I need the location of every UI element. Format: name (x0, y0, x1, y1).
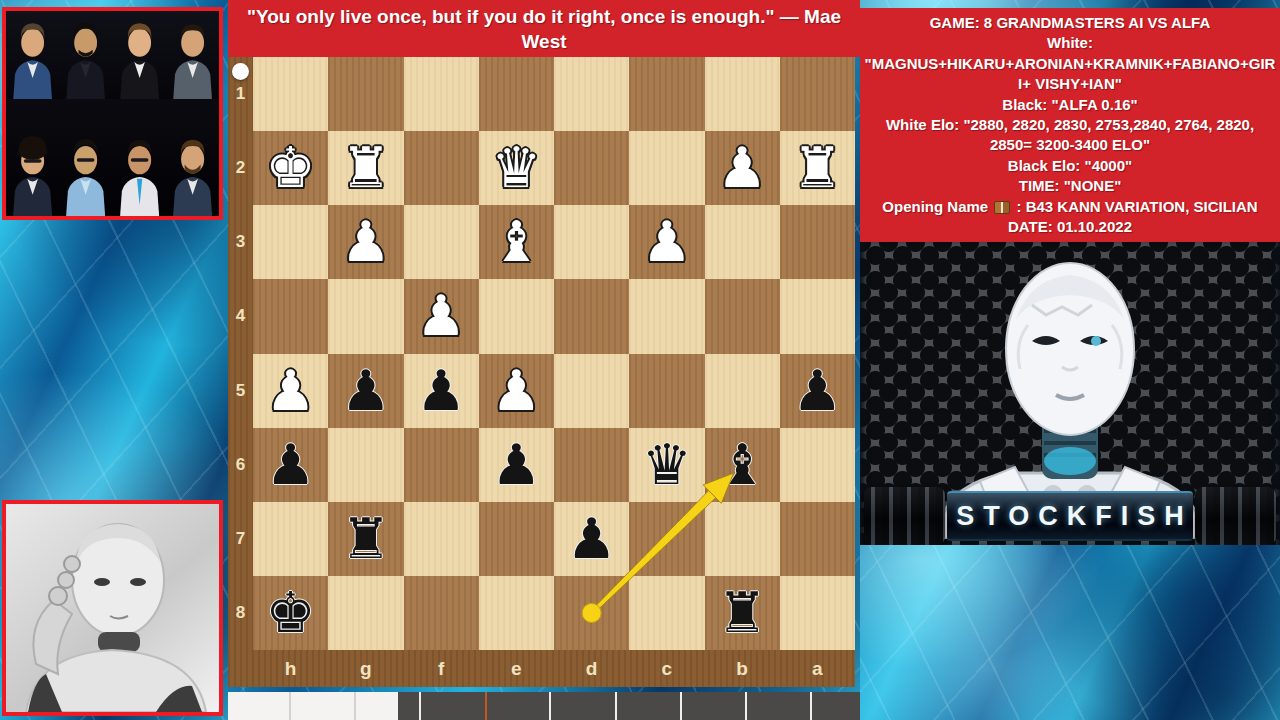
square-a8[interactable] (780, 576, 855, 650)
square-d6[interactable] (554, 428, 629, 502)
square-b1[interactable] (705, 57, 780, 131)
square-d4[interactable] (554, 279, 629, 353)
square-f3[interactable] (404, 205, 479, 279)
stockfish-robot: STOCKFISH (860, 242, 1280, 545)
square-e1[interactable] (479, 57, 554, 131)
grandmasters-row-bottom (6, 99, 219, 216)
book-icon (994, 201, 1010, 214)
white-pawn-e5: ♟ (491, 354, 541, 428)
square-c2[interactable] (629, 131, 704, 205)
square-g4[interactable] (328, 279, 403, 353)
square-c4[interactable] (629, 279, 704, 353)
square-g2[interactable]: ♜ (328, 131, 403, 205)
grandmasters-row-top (6, 11, 219, 99)
square-f6[interactable] (404, 428, 479, 502)
info-line: White Elo: "2880, 2820, 2830, 2753,2840,… (860, 115, 1280, 135)
square-g7[interactable]: ♜ (328, 502, 403, 576)
rank-label-5: 5 (228, 354, 253, 428)
square-b3[interactable] (705, 205, 780, 279)
file-label-e: e (479, 650, 554, 687)
square-f4[interactable]: ♟ (404, 279, 479, 353)
info-line: Opening Name : B43 KANN VARIATION, SICIL… (860, 197, 1280, 217)
file-label-d: d (554, 650, 629, 687)
video-frame: "You only live once, but if you do it ri… (0, 0, 1280, 720)
info-line: Black: "ALFA 0.16" (860, 95, 1280, 115)
right-bottom-background (860, 545, 1280, 720)
file-label-f: f (404, 650, 479, 687)
info-line: White: (860, 33, 1280, 53)
square-g3[interactable]: ♟ (328, 205, 403, 279)
thinking-robot-drawing (6, 504, 219, 712)
right-column: GAME: 8 GRANDMASTERS AI VS ALFAWhite:"MA… (860, 0, 1280, 720)
square-a2[interactable]: ♜ (780, 131, 855, 205)
square-h7[interactable] (253, 502, 328, 576)
black-rook-b8: ♜ (717, 576, 767, 650)
square-h1[interactable] (253, 57, 328, 131)
progress-bar-light-section[interactable] (228, 692, 398, 720)
info-line: GAME: 8 GRANDMASTERS AI VS ALFA (860, 13, 1280, 33)
square-h6[interactable]: ♟ (253, 428, 328, 502)
square-f7[interactable] (404, 502, 479, 576)
quote-line: "You only live once, but if you do it ri… (228, 4, 860, 29)
quote-line: West (228, 29, 860, 54)
gm-photo-aronian (6, 11, 59, 99)
square-g5[interactable]: ♟ (328, 354, 403, 428)
progress-bar[interactable] (228, 692, 860, 720)
file-label-g: g (328, 650, 403, 687)
gm-photo-fabiano (6, 99, 59, 216)
gm-photo-kramnik (166, 11, 219, 99)
square-d1[interactable] (554, 57, 629, 131)
rank-label-8: 8 (228, 576, 253, 650)
square-c8[interactable] (629, 576, 704, 650)
square-h2[interactable]: ♚ (253, 131, 328, 205)
square-b5[interactable] (705, 354, 780, 428)
black-pawn-a5: ♟ (792, 354, 842, 428)
info-line: TIME: "NONE" (860, 176, 1280, 196)
square-a3[interactable] (780, 205, 855, 279)
square-e4[interactable] (479, 279, 554, 353)
rank-labels: 12345678 (228, 57, 253, 650)
black-pawn-d7: ♟ (567, 502, 617, 576)
square-e3[interactable]: ♝ (479, 205, 554, 279)
square-g1[interactable] (328, 57, 403, 131)
right-top-gap (860, 0, 1280, 8)
square-e5[interactable]: ♟ (479, 354, 554, 428)
left-background (0, 0, 228, 720)
black-pawn-h6: ♟ (266, 428, 316, 502)
gm-photo-vishy (113, 99, 166, 216)
square-e7[interactable] (479, 502, 554, 576)
info-line: I+ VISHY+IAN" (860, 74, 1280, 94)
gm-photo-magnus (113, 11, 166, 99)
info-line: Black Elo: "4000" (860, 156, 1280, 176)
file-label-b: b (705, 650, 780, 687)
white-pawn-f4: ♟ (416, 279, 466, 353)
square-c6[interactable]: ♛ (629, 428, 704, 502)
rank-label-7: 7 (228, 502, 253, 576)
square-h4[interactable] (253, 279, 328, 353)
square-d5[interactable] (554, 354, 629, 428)
square-d3[interactable] (554, 205, 629, 279)
white-pawn-g3: ♟ (341, 205, 391, 279)
square-h8[interactable]: ♚ (253, 576, 328, 650)
square-c7[interactable] (629, 502, 704, 576)
square-d2[interactable] (554, 131, 629, 205)
square-f1[interactable] (404, 57, 479, 131)
square-a4[interactable] (780, 279, 855, 353)
black-pawn-e6: ♟ (491, 428, 541, 502)
square-h5[interactable]: ♟ (253, 354, 328, 428)
white-rook-g2: ♜ (341, 131, 391, 205)
square-b4[interactable] (705, 279, 780, 353)
square-f8[interactable] (404, 576, 479, 650)
grandmasters-collage (2, 7, 223, 220)
square-e2[interactable]: ♛ (479, 131, 554, 205)
file-labels: hgfedcba (253, 650, 855, 687)
square-f5[interactable]: ♟ (404, 354, 479, 428)
black-bishop-b6: ♝ (717, 428, 767, 502)
white-pawn-c3: ♟ (642, 205, 692, 279)
rank-label-6: 6 (228, 428, 253, 502)
square-e8[interactable] (479, 576, 554, 650)
file-label-c: c (629, 650, 704, 687)
white-queen-e2: ♛ (491, 131, 541, 205)
info-line: 2850= 3200-3400 ELO" (860, 135, 1280, 155)
black-king-h8: ♚ (266, 576, 316, 650)
progress-bar-dark-section[interactable] (398, 692, 860, 720)
square-b7[interactable] (705, 502, 780, 576)
square-b6[interactable]: ♝ (705, 428, 780, 502)
rank-label-4: 4 (228, 279, 253, 353)
white-to-move-indicator (232, 63, 249, 80)
info-line: DATE: 01.10.2022 (860, 217, 1280, 237)
white-pawn-b2: ♟ (717, 131, 767, 205)
banner-cap-left (864, 487, 945, 545)
black-pawn-g5: ♟ (341, 354, 391, 428)
info-line: "MAGNUS+HIKARU+ARONIAN+KRAMNIK+FABIANO+G… (860, 54, 1280, 74)
square-b2[interactable]: ♟ (705, 131, 780, 205)
stockfish-banner: STOCKFISH (864, 487, 1276, 545)
black-pawn-f5: ♟ (416, 354, 466, 428)
square-b8[interactable]: ♜ (705, 576, 780, 650)
gm-photo-hikaru (59, 11, 112, 99)
square-f2[interactable] (404, 131, 479, 205)
chess-board: 12345678 ♚♜♛♟♜♟♝♟♟♟♟♟♟♟♟♟♛♝♜♟♚♜ hgfedcba (228, 57, 855, 687)
game-info-panel: GAME: 8 GRANDMASTERS AI VS ALFAWhite:"MA… (860, 8, 1280, 242)
stockfish-label: STOCKFISH (947, 491, 1193, 541)
banner-cap-right (1195, 487, 1276, 545)
white-bishop-e3: ♝ (491, 205, 541, 279)
gm-photo-ian (166, 99, 219, 216)
square-g6[interactable] (328, 428, 403, 502)
square-c3[interactable]: ♟ (629, 205, 704, 279)
white-king-h2: ♚ (266, 131, 316, 205)
square-h3[interactable] (253, 205, 328, 279)
file-label-a: a (780, 650, 855, 687)
square-c5[interactable] (629, 354, 704, 428)
square-g8[interactable] (328, 576, 403, 650)
square-d8[interactable] (554, 576, 629, 650)
file-label-h: h (253, 650, 328, 687)
square-a5[interactable]: ♟ (780, 354, 855, 428)
thinking-robot-photo (2, 500, 223, 716)
gm-photo-giri (59, 99, 112, 216)
center-background: "You only live once, but if you do it ri… (228, 0, 860, 720)
board-squares: ♚♜♛♟♜♟♝♟♟♟♟♟♟♟♟♟♛♝♜♟♚♜ (253, 57, 855, 650)
square-a6[interactable] (780, 428, 855, 502)
square-a1[interactable] (780, 57, 855, 131)
square-c1[interactable] (629, 57, 704, 131)
square-e6[interactable]: ♟ (479, 428, 554, 502)
quote-banner: "You only live once, but if you do it ri… (228, 0, 860, 57)
square-a7[interactable] (780, 502, 855, 576)
square-d7[interactable]: ♟ (554, 502, 629, 576)
rank-label-3: 3 (228, 205, 253, 279)
black-queen-c6: ♛ (642, 428, 692, 502)
white-rook-a2: ♜ (792, 131, 842, 205)
black-rook-g7: ♜ (341, 502, 391, 576)
rank-label-2: 2 (228, 131, 253, 205)
white-pawn-h5: ♟ (266, 354, 316, 428)
